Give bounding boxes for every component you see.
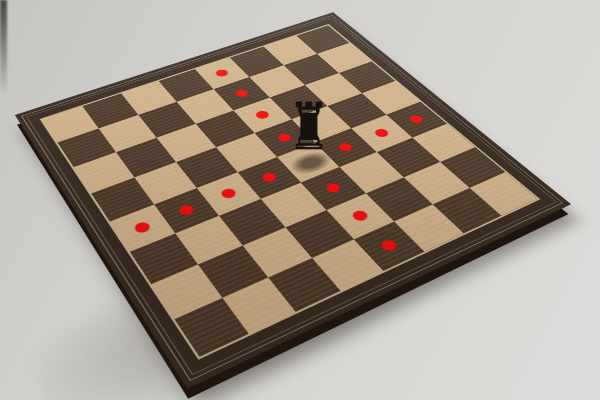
move-dot-c4[interactable]: [219, 187, 237, 200]
move-dot-e7[interactable]: [233, 89, 249, 99]
move-dot-e6[interactable]: [254, 110, 271, 120]
move-dot-g4[interactable]: [373, 128, 391, 139]
black-rook[interactable]: ♜: [285, 92, 331, 162]
move-dot-b4[interactable]: [177, 204, 196, 217]
photo-scene: ♜: [0, 0, 600, 400]
move-dot-a4[interactable]: [133, 221, 152, 235]
move-dot-d4[interactable]: [260, 171, 278, 183]
move-dot-e3[interactable]: [324, 182, 343, 194]
move-dot-e2[interactable]: [350, 209, 370, 222]
piece-glyph: ♜: [285, 92, 331, 162]
move-dot-e1[interactable]: [379, 238, 399, 252]
move-dot-e8[interactable]: [214, 68, 230, 77]
square-a1[interactable]: [174, 298, 248, 357]
move-dot-h4[interactable]: [408, 114, 425, 124]
wall-corner-shadow: [0, 0, 7, 96]
move-dot-f4[interactable]: [337, 142, 355, 153]
